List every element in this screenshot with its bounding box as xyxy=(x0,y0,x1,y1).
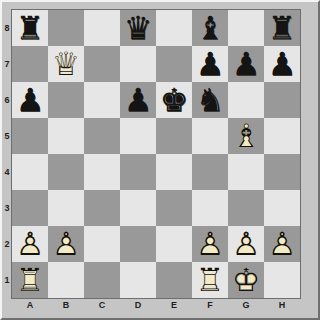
piece-black-king[interactable]: ♚ xyxy=(156,82,192,118)
square-f7[interactable]: ♟ xyxy=(192,46,228,82)
rank-label-2: 2 xyxy=(2,226,12,262)
square-e5[interactable] xyxy=(156,118,192,154)
rank-label-8: 8 xyxy=(2,10,12,46)
square-e8[interactable] xyxy=(156,10,192,46)
file-label-f: F xyxy=(192,299,228,312)
black-piece-glyph: ♝ xyxy=(196,12,225,44)
black-piece-glyph: ♜ xyxy=(268,12,297,44)
rank-label-6: 6 xyxy=(2,82,12,118)
square-d3[interactable] xyxy=(120,190,156,226)
white-piece-outline: ♙ xyxy=(264,226,300,262)
square-g3[interactable] xyxy=(228,190,264,226)
rank-label-1: 1 xyxy=(2,262,12,298)
piece-black-queen[interactable]: ♛ xyxy=(120,10,156,46)
square-d1[interactable] xyxy=(120,262,156,298)
square-c1[interactable] xyxy=(84,262,120,298)
rank-label-5: 5 xyxy=(2,118,12,154)
square-h2[interactable]: ♟♙ xyxy=(264,226,300,262)
square-f5[interactable] xyxy=(192,118,228,154)
square-a3[interactable] xyxy=(12,190,48,226)
square-f8[interactable]: ♝ xyxy=(192,10,228,46)
square-c6[interactable] xyxy=(84,82,120,118)
piece-white-pawn[interactable]: ♟♙ xyxy=(192,226,228,262)
black-piece-glyph: ♞ xyxy=(196,84,225,116)
square-e4[interactable] xyxy=(156,154,192,190)
square-h3[interactable] xyxy=(264,190,300,226)
piece-white-rook[interactable]: ♜♖ xyxy=(12,262,48,298)
square-f4[interactable] xyxy=(192,154,228,190)
piece-white-rook[interactable]: ♜♖ xyxy=(192,262,228,298)
square-e6[interactable]: ♚ xyxy=(156,82,192,118)
black-piece-glyph: ♟ xyxy=(124,84,153,116)
square-g5[interactable]: ♝♗ xyxy=(228,118,264,154)
white-piece-outline: ♙ xyxy=(228,226,264,262)
white-piece-outline: ♙ xyxy=(48,226,84,262)
piece-black-pawn[interactable]: ♟ xyxy=(12,82,48,118)
chess-diagram-frame: ♜♛♝♜♛♕♟♟♟♟♟♚♞♝♗♟♙♟♙♟♙♟♙♟♙♜♖♜♖♚♔ 87654321… xyxy=(0,0,320,320)
white-piece-outline: ♖ xyxy=(12,262,48,298)
piece-white-pawn[interactable]: ♟♙ xyxy=(48,226,84,262)
white-piece-outline: ♕ xyxy=(48,46,84,82)
piece-black-pawn[interactable]: ♟ xyxy=(264,46,300,82)
piece-black-pawn[interactable]: ♟ xyxy=(120,82,156,118)
square-e3[interactable] xyxy=(156,190,192,226)
piece-black-pawn[interactable]: ♟ xyxy=(228,46,264,82)
square-d5[interactable] xyxy=(120,118,156,154)
square-a1[interactable]: ♜♖ xyxy=(12,262,48,298)
square-f3[interactable] xyxy=(192,190,228,226)
square-d4[interactable] xyxy=(120,154,156,190)
square-d7[interactable] xyxy=(120,46,156,82)
piece-black-bishop[interactable]: ♝ xyxy=(192,10,228,46)
square-b4[interactable] xyxy=(48,154,84,190)
square-h1[interactable] xyxy=(264,262,300,298)
square-h8[interactable]: ♜ xyxy=(264,10,300,46)
piece-white-pawn[interactable]: ♟♙ xyxy=(264,226,300,262)
piece-black-rook[interactable]: ♜ xyxy=(264,10,300,46)
piece-white-pawn[interactable]: ♟♙ xyxy=(228,226,264,262)
square-h6[interactable] xyxy=(264,82,300,118)
square-h5[interactable] xyxy=(264,118,300,154)
square-a8[interactable]: ♜ xyxy=(12,10,48,46)
square-b6[interactable] xyxy=(48,82,84,118)
chess-board: ♜♛♝♜♛♕♟♟♟♟♟♚♞♝♗♟♙♟♙♟♙♟♙♟♙♜♖♜♖♚♔ xyxy=(12,10,300,298)
square-g8[interactable] xyxy=(228,10,264,46)
square-h7[interactable]: ♟ xyxy=(264,46,300,82)
file-label-g: G xyxy=(228,299,264,312)
piece-white-pawn[interactable]: ♟♙ xyxy=(12,226,48,262)
file-label-h: H xyxy=(264,299,300,312)
square-c5[interactable] xyxy=(84,118,120,154)
square-f1[interactable]: ♜♖ xyxy=(192,262,228,298)
piece-black-rook[interactable]: ♜ xyxy=(12,10,48,46)
file-label-c: C xyxy=(84,299,120,312)
square-e7[interactable] xyxy=(156,46,192,82)
square-f6[interactable]: ♞ xyxy=(192,82,228,118)
square-a7[interactable] xyxy=(12,46,48,82)
square-h4[interactable] xyxy=(264,154,300,190)
rank-label-4: 4 xyxy=(2,154,12,190)
black-piece-glyph: ♛ xyxy=(124,12,153,44)
square-a4[interactable] xyxy=(12,154,48,190)
black-piece-glyph: ♟ xyxy=(16,84,45,116)
black-piece-glyph: ♟ xyxy=(232,48,261,80)
white-piece-outline: ♖ xyxy=(192,262,228,298)
white-piece-outline: ♗ xyxy=(228,118,264,154)
rank-label-3: 3 xyxy=(2,190,12,226)
rank-label-7: 7 xyxy=(2,46,12,82)
black-piece-glyph: ♟ xyxy=(196,48,225,80)
square-a5[interactable] xyxy=(12,118,48,154)
white-piece-outline: ♔ xyxy=(228,262,264,298)
black-piece-glyph: ♟ xyxy=(268,48,297,80)
black-piece-glyph: ♚ xyxy=(160,84,189,116)
square-d6[interactable]: ♟ xyxy=(120,82,156,118)
square-c2[interactable] xyxy=(84,226,120,262)
square-b8[interactable] xyxy=(48,10,84,46)
piece-white-queen[interactable]: ♛♕ xyxy=(48,46,84,82)
square-e2[interactable] xyxy=(156,226,192,262)
square-b2[interactable]: ♟♙ xyxy=(48,226,84,262)
square-g4[interactable] xyxy=(228,154,264,190)
square-c7[interactable] xyxy=(84,46,120,82)
file-label-e: E xyxy=(156,299,192,312)
square-d2[interactable] xyxy=(120,226,156,262)
square-b3[interactable] xyxy=(48,190,84,226)
white-piece-outline: ♙ xyxy=(192,226,228,262)
square-g7[interactable]: ♟ xyxy=(228,46,264,82)
square-g1[interactable]: ♚♔ xyxy=(228,262,264,298)
square-b5[interactable] xyxy=(48,118,84,154)
square-b7[interactable]: ♛♕ xyxy=(48,46,84,82)
file-label-b: B xyxy=(48,299,84,312)
square-c4[interactable] xyxy=(84,154,120,190)
square-g2[interactable]: ♟♙ xyxy=(228,226,264,262)
piece-black-pawn[interactable]: ♟ xyxy=(192,46,228,82)
square-g6[interactable] xyxy=(228,82,264,118)
piece-white-bishop[interactable]: ♝♗ xyxy=(228,118,264,154)
square-e1[interactable] xyxy=(156,262,192,298)
square-a2[interactable]: ♟♙ xyxy=(12,226,48,262)
piece-white-king[interactable]: ♚♔ xyxy=(228,262,264,298)
square-f2[interactable]: ♟♙ xyxy=(192,226,228,262)
piece-black-knight[interactable]: ♞ xyxy=(192,82,228,118)
square-b1[interactable] xyxy=(48,262,84,298)
white-piece-outline: ♙ xyxy=(12,226,48,262)
square-a6[interactable]: ♟ xyxy=(12,82,48,118)
square-c3[interactable] xyxy=(84,190,120,226)
file-label-a: A xyxy=(12,299,48,312)
file-label-d: D xyxy=(120,299,156,312)
square-d8[interactable]: ♛ xyxy=(120,10,156,46)
black-piece-glyph: ♜ xyxy=(16,12,45,44)
square-c8[interactable] xyxy=(84,10,120,46)
